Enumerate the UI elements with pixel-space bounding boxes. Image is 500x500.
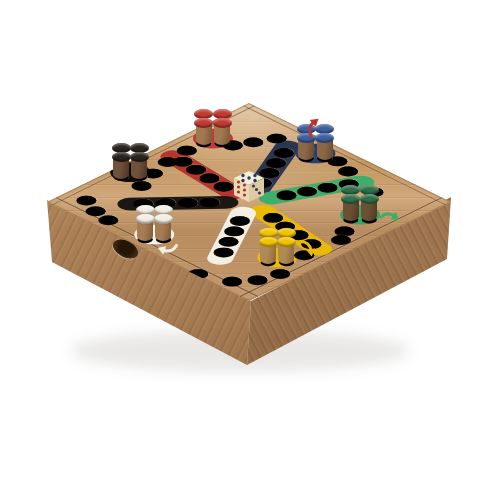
peg-cap-white: [136, 214, 155, 224]
die-pip-left: [243, 188, 246, 191]
peg-body: [317, 144, 333, 160]
peg-body: [260, 248, 276, 264]
die-pip-left: [243, 183, 246, 186]
peg-body: [214, 129, 230, 145]
die-pip-right: [252, 184, 255, 187]
peg-black: [130, 152, 149, 179]
start-arrow: [295, 237, 317, 259]
peg-cap-red: [213, 118, 232, 128]
die-pip-top: [253, 179, 256, 182]
peg-green: [341, 194, 360, 221]
peg-cap-black: [112, 152, 131, 162]
peg-body: [137, 225, 153, 241]
peg-cap-yellow: [259, 237, 278, 247]
pieces-overlay: [0, 0, 500, 500]
peg-cap-green: [341, 194, 360, 204]
product-photo-ludo-box: [0, 0, 500, 500]
peg-red: [213, 118, 232, 145]
peg-cap-white: [154, 214, 173, 224]
die-pip-top: [241, 179, 244, 182]
peg-yellow: [277, 237, 296, 264]
peg-white: [136, 214, 155, 241]
peg-body: [278, 248, 294, 264]
peg-body: [131, 163, 147, 179]
die-pip-left: [237, 180, 240, 183]
peg-yellow: [259, 237, 278, 264]
peg-body: [298, 144, 314, 160]
peg-cap-green: [360, 194, 379, 204]
die-pip-right: [255, 188, 258, 191]
die-pip-left: [237, 190, 240, 193]
die-pip-top: [253, 174, 256, 177]
peg-cap-red: [194, 118, 213, 128]
die-pip-top: [241, 174, 244, 177]
die: [227, 165, 271, 215]
die-pip-right: [258, 191, 261, 194]
peg-black: [112, 152, 131, 179]
die-pip-left: [237, 185, 240, 188]
peg-cap-yellow: [277, 237, 296, 247]
die-pip-top: [247, 176, 250, 179]
peg-body: [196, 129, 212, 145]
peg-body: [113, 163, 129, 179]
peg-red: [194, 118, 213, 145]
peg-cap-black: [130, 152, 149, 162]
peg-body: [343, 205, 359, 221]
die-pip-left: [243, 193, 246, 196]
start-arrow: [375, 204, 403, 232]
